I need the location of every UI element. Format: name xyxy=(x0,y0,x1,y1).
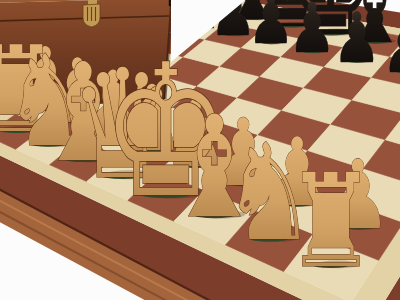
piece-white-rook-h1[interactable]: ♜ xyxy=(286,146,376,297)
black-pawn-glyph: ♟ xyxy=(382,7,400,90)
black-pawn-glyph: ♟ xyxy=(288,0,336,69)
piece-black-pawn-e7[interactable]: ♟ xyxy=(288,0,336,69)
piece-black-pawn-f7[interactable]: ♟ xyxy=(333,0,382,78)
chess-scene: ♜♞♝♛♚♝♞♟♟♟♟♟♟♟♟♟♟♟♟♟♟♜♞♝♛♚♝♞♜ xyxy=(0,0,400,300)
black-pawn-glyph: ♟ xyxy=(333,0,382,78)
white-rook-glyph: ♜ xyxy=(286,146,376,297)
chess-board-photo: ♜♞♝♛♚♝♞♟♟♟♟♟♟♟♟♟♟♟♟♟♟♜♞♝♛♚♝♞♜ xyxy=(0,0,400,300)
piece-black-pawn-g7[interactable]: ♟ xyxy=(382,7,400,90)
